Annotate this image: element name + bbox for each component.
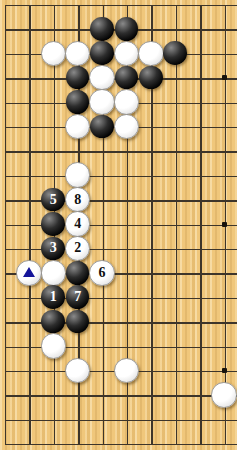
star-point	[222, 222, 227, 227]
black-stone	[66, 90, 90, 114]
white-stone	[65, 41, 91, 67]
black-stone-move-1: 1	[41, 285, 65, 309]
move-number: 2	[74, 241, 81, 255]
move-number: 1	[50, 290, 57, 304]
move-number: 5	[50, 193, 57, 207]
move-number: 4	[74, 217, 81, 231]
move-number: 3	[50, 241, 57, 255]
black-stone	[66, 261, 90, 285]
white-stone	[114, 41, 140, 67]
stone-layer: 58432617	[0, 0, 236, 450]
black-stone	[115, 66, 139, 90]
black-stone	[41, 212, 65, 236]
white-stone	[65, 162, 91, 188]
white-stone	[89, 65, 115, 91]
black-stone	[139, 66, 163, 90]
black-stone-move-3: 3	[41, 237, 65, 261]
white-stone	[41, 333, 67, 359]
move-number: 8	[74, 193, 81, 207]
white-stone	[65, 114, 91, 140]
black-stone	[41, 310, 65, 334]
black-stone	[115, 17, 139, 41]
black-stone-move-7: 7	[66, 285, 90, 309]
white-stone	[41, 41, 67, 67]
white-stone	[41, 260, 67, 286]
black-stone	[90, 41, 114, 65]
white-stone	[65, 358, 91, 384]
black-stone	[163, 41, 187, 65]
white-stone	[114, 114, 140, 140]
move-number: 6	[99, 266, 106, 280]
triangle-mark-icon	[23, 267, 35, 277]
black-stone-move-5: 5	[41, 188, 65, 212]
white-stone-marked	[16, 260, 42, 286]
move-number: 7	[74, 290, 81, 304]
star-point	[222, 75, 227, 80]
white-stone	[114, 358, 140, 384]
black-stone	[66, 310, 90, 334]
black-stone	[90, 115, 114, 139]
white-stone-move-4: 4	[65, 211, 91, 237]
white-stone-move-6: 6	[89, 260, 115, 286]
white-stone	[89, 89, 115, 115]
star-point	[222, 368, 227, 373]
white-stone-move-8: 8	[65, 187, 91, 213]
white-stone	[211, 382, 237, 408]
black-stone	[66, 66, 90, 90]
white-stone	[114, 89, 140, 115]
white-stone	[138, 41, 164, 67]
go-board[interactable]: 58432617	[0, 0, 237, 450]
white-stone-move-2: 2	[65, 236, 91, 262]
black-stone	[90, 17, 114, 41]
